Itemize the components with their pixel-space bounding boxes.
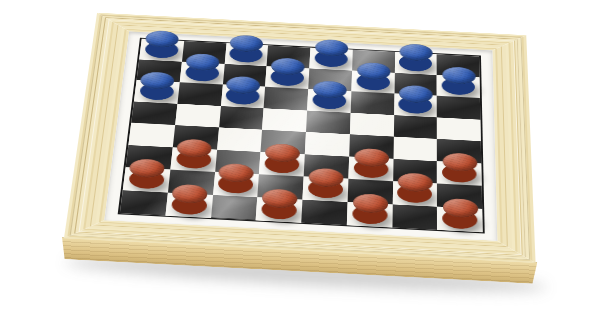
blue-piece[interactable] xyxy=(265,66,309,89)
blue-piece[interactable] xyxy=(394,94,437,118)
square-r7c3[interactable] xyxy=(213,172,260,197)
square-r3c8[interactable] xyxy=(437,96,480,120)
blue-piece[interactable] xyxy=(351,70,394,93)
square-r6c2[interactable] xyxy=(170,147,216,172)
square-r6c4[interactable] xyxy=(259,152,305,177)
square-r4c4[interactable] xyxy=(262,108,307,132)
square-r4c6[interactable] xyxy=(350,113,394,137)
square-r1c1[interactable] xyxy=(139,39,184,62)
red-piece[interactable] xyxy=(165,192,212,218)
red-piece[interactable] xyxy=(302,177,348,202)
blue-piece[interactable] xyxy=(224,43,268,66)
square-r4c2[interactable] xyxy=(175,104,221,128)
board-viewport xyxy=(81,0,531,315)
square-r7c1[interactable] xyxy=(123,167,170,192)
square-r8c7[interactable] xyxy=(392,204,437,230)
blue-piece[interactable] xyxy=(139,39,184,62)
square-r4c3[interactable] xyxy=(219,106,264,130)
square-r2c2[interactable] xyxy=(180,61,225,84)
square-r6c6[interactable] xyxy=(348,156,393,181)
red-piece[interactable] xyxy=(437,206,482,232)
red-piece[interactable] xyxy=(123,167,170,192)
square-r8c3[interactable] xyxy=(211,195,258,221)
square-r8c5[interactable] xyxy=(301,199,347,225)
blue-piece[interactable] xyxy=(221,85,266,109)
blue-piece[interactable] xyxy=(134,80,180,103)
square-r1c7[interactable] xyxy=(394,52,437,75)
square-r4c8[interactable] xyxy=(437,117,481,141)
square-r1c3[interactable] xyxy=(224,43,268,66)
blue-piece[interactable] xyxy=(437,75,480,98)
square-r7c5[interactable] xyxy=(302,177,348,202)
square-r8c4[interactable] xyxy=(256,197,303,223)
checkers-board xyxy=(118,38,485,234)
checkers-set-photo xyxy=(0,0,600,315)
blue-piece[interactable] xyxy=(309,48,352,71)
square-r7c7[interactable] xyxy=(392,181,437,206)
square-r3c5[interactable] xyxy=(307,89,351,113)
blue-piece[interactable] xyxy=(180,61,225,84)
blue-piece[interactable] xyxy=(307,89,351,113)
square-r2c4[interactable] xyxy=(265,66,309,89)
square-r8c1[interactable] xyxy=(120,190,168,216)
square-r4c7[interactable] xyxy=(393,115,437,139)
square-r3c1[interactable] xyxy=(134,80,180,103)
red-piece[interactable] xyxy=(347,202,393,228)
square-r8c8[interactable] xyxy=(437,206,482,232)
square-r3c4[interactable] xyxy=(264,87,308,111)
red-piece[interactable] xyxy=(392,181,437,206)
square-r4c1[interactable] xyxy=(131,101,177,125)
game-board-3d xyxy=(64,13,536,263)
red-piece[interactable] xyxy=(256,197,303,223)
square-r5c3[interactable] xyxy=(217,127,263,151)
square-r3c2[interactable] xyxy=(177,82,222,105)
red-piece[interactable] xyxy=(259,152,305,177)
square-r3c3[interactable] xyxy=(221,85,266,109)
square-r2c8[interactable] xyxy=(437,75,480,98)
red-piece[interactable] xyxy=(213,172,260,197)
red-piece[interactable] xyxy=(170,147,216,172)
square-r2c6[interactable] xyxy=(351,70,394,93)
square-r4c5[interactable] xyxy=(306,110,350,134)
square-r8c2[interactable] xyxy=(165,192,212,218)
blue-piece[interactable] xyxy=(394,52,437,75)
square-r8c6[interactable] xyxy=(347,202,393,228)
wooden-frame-right xyxy=(492,33,536,263)
square-r3c6[interactable] xyxy=(350,91,394,115)
red-piece[interactable] xyxy=(437,161,482,186)
square-r1c5[interactable] xyxy=(309,48,352,71)
square-r5c5[interactable] xyxy=(305,132,350,156)
square-r5c1[interactable] xyxy=(128,123,174,147)
square-r3c7[interactable] xyxy=(394,94,437,118)
red-piece[interactable] xyxy=(348,156,393,181)
square-r6c8[interactable] xyxy=(437,161,482,186)
board-card xyxy=(104,31,497,240)
square-r5c7[interactable] xyxy=(393,137,437,161)
